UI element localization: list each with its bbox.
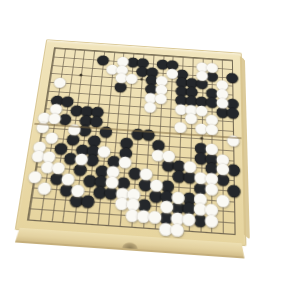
- board-grid: ●●●●●●●●●●●●●●●●●●●●●●●●●●●●●●●●●●●●●●●●…: [28, 48, 234, 234]
- go-board: ●●●●●●●●●●●●●●●●●●●●●●●●●●●●●●●●●●●●●●●●…: [15, 39, 247, 246]
- star-point: [200, 137, 203, 140]
- product-photo: Wooden folding goban (19x19) with a mid-…: [0, 0, 292, 292]
- star-point: [140, 78, 143, 81]
- board-scene: ●●●●●●●●●●●●●●●●●●●●●●●●●●●●●●●●●●●●●●●●…: [31, 39, 242, 267]
- star-point: [136, 132, 139, 135]
- star-point: [200, 82, 203, 85]
- star-point: [199, 197, 202, 200]
- fold-handle-notch: [122, 242, 138, 249]
- board-3d-plane: ●●●●●●●●●●●●●●●●●●●●●●●●●●●●●●●●●●●●●●●●…: [15, 39, 247, 246]
